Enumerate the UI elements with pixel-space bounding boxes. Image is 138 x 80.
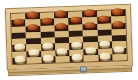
light-piece[interactable]	[14, 43, 25, 50]
box-fold-seam	[9, 68, 131, 73]
light-piece[interactable]	[42, 42, 53, 49]
dark-piece[interactable]	[27, 24, 38, 31]
square-h1[interactable]	[112, 54, 126, 61]
dark-piece[interactable]	[70, 16, 81, 23]
light-piece[interactable]	[43, 55, 54, 62]
light-piece[interactable]	[71, 41, 82, 48]
dark-piece[interactable]	[112, 8, 123, 15]
dark-piece[interactable]	[55, 10, 66, 17]
light-piece[interactable]	[71, 54, 82, 61]
square-a1[interactable]	[13, 57, 27, 64]
square-b1[interactable]	[27, 57, 41, 64]
light-piece[interactable]	[57, 48, 68, 55]
light-piece[interactable]	[14, 56, 25, 63]
square-d1[interactable]	[55, 56, 69, 63]
dark-piece[interactable]	[56, 23, 67, 30]
board-grid	[10, 9, 128, 65]
dark-piece[interactable]	[113, 21, 124, 28]
square-f1[interactable]	[84, 55, 98, 62]
dark-piece[interactable]	[84, 9, 95, 16]
light-piece[interactable]	[100, 53, 111, 60]
dark-piece[interactable]	[98, 15, 109, 22]
square-g1[interactable]	[98, 54, 112, 61]
board-frame	[5, 4, 133, 70]
light-piece[interactable]	[85, 47, 96, 54]
dark-piece[interactable]	[27, 11, 38, 18]
dark-piece[interactable]	[84, 22, 95, 29]
light-piece[interactable]	[99, 40, 110, 47]
latch-clasp	[80, 66, 87, 72]
dark-piece[interactable]	[13, 18, 24, 25]
square-e1[interactable]	[70, 55, 84, 62]
light-piece[interactable]	[114, 46, 125, 53]
product-photo-scene	[0, 0, 138, 80]
dark-piece[interactable]	[41, 17, 52, 24]
square-c1[interactable]	[41, 56, 55, 63]
checkers-board	[5, 4, 133, 76]
light-piece[interactable]	[28, 49, 39, 56]
